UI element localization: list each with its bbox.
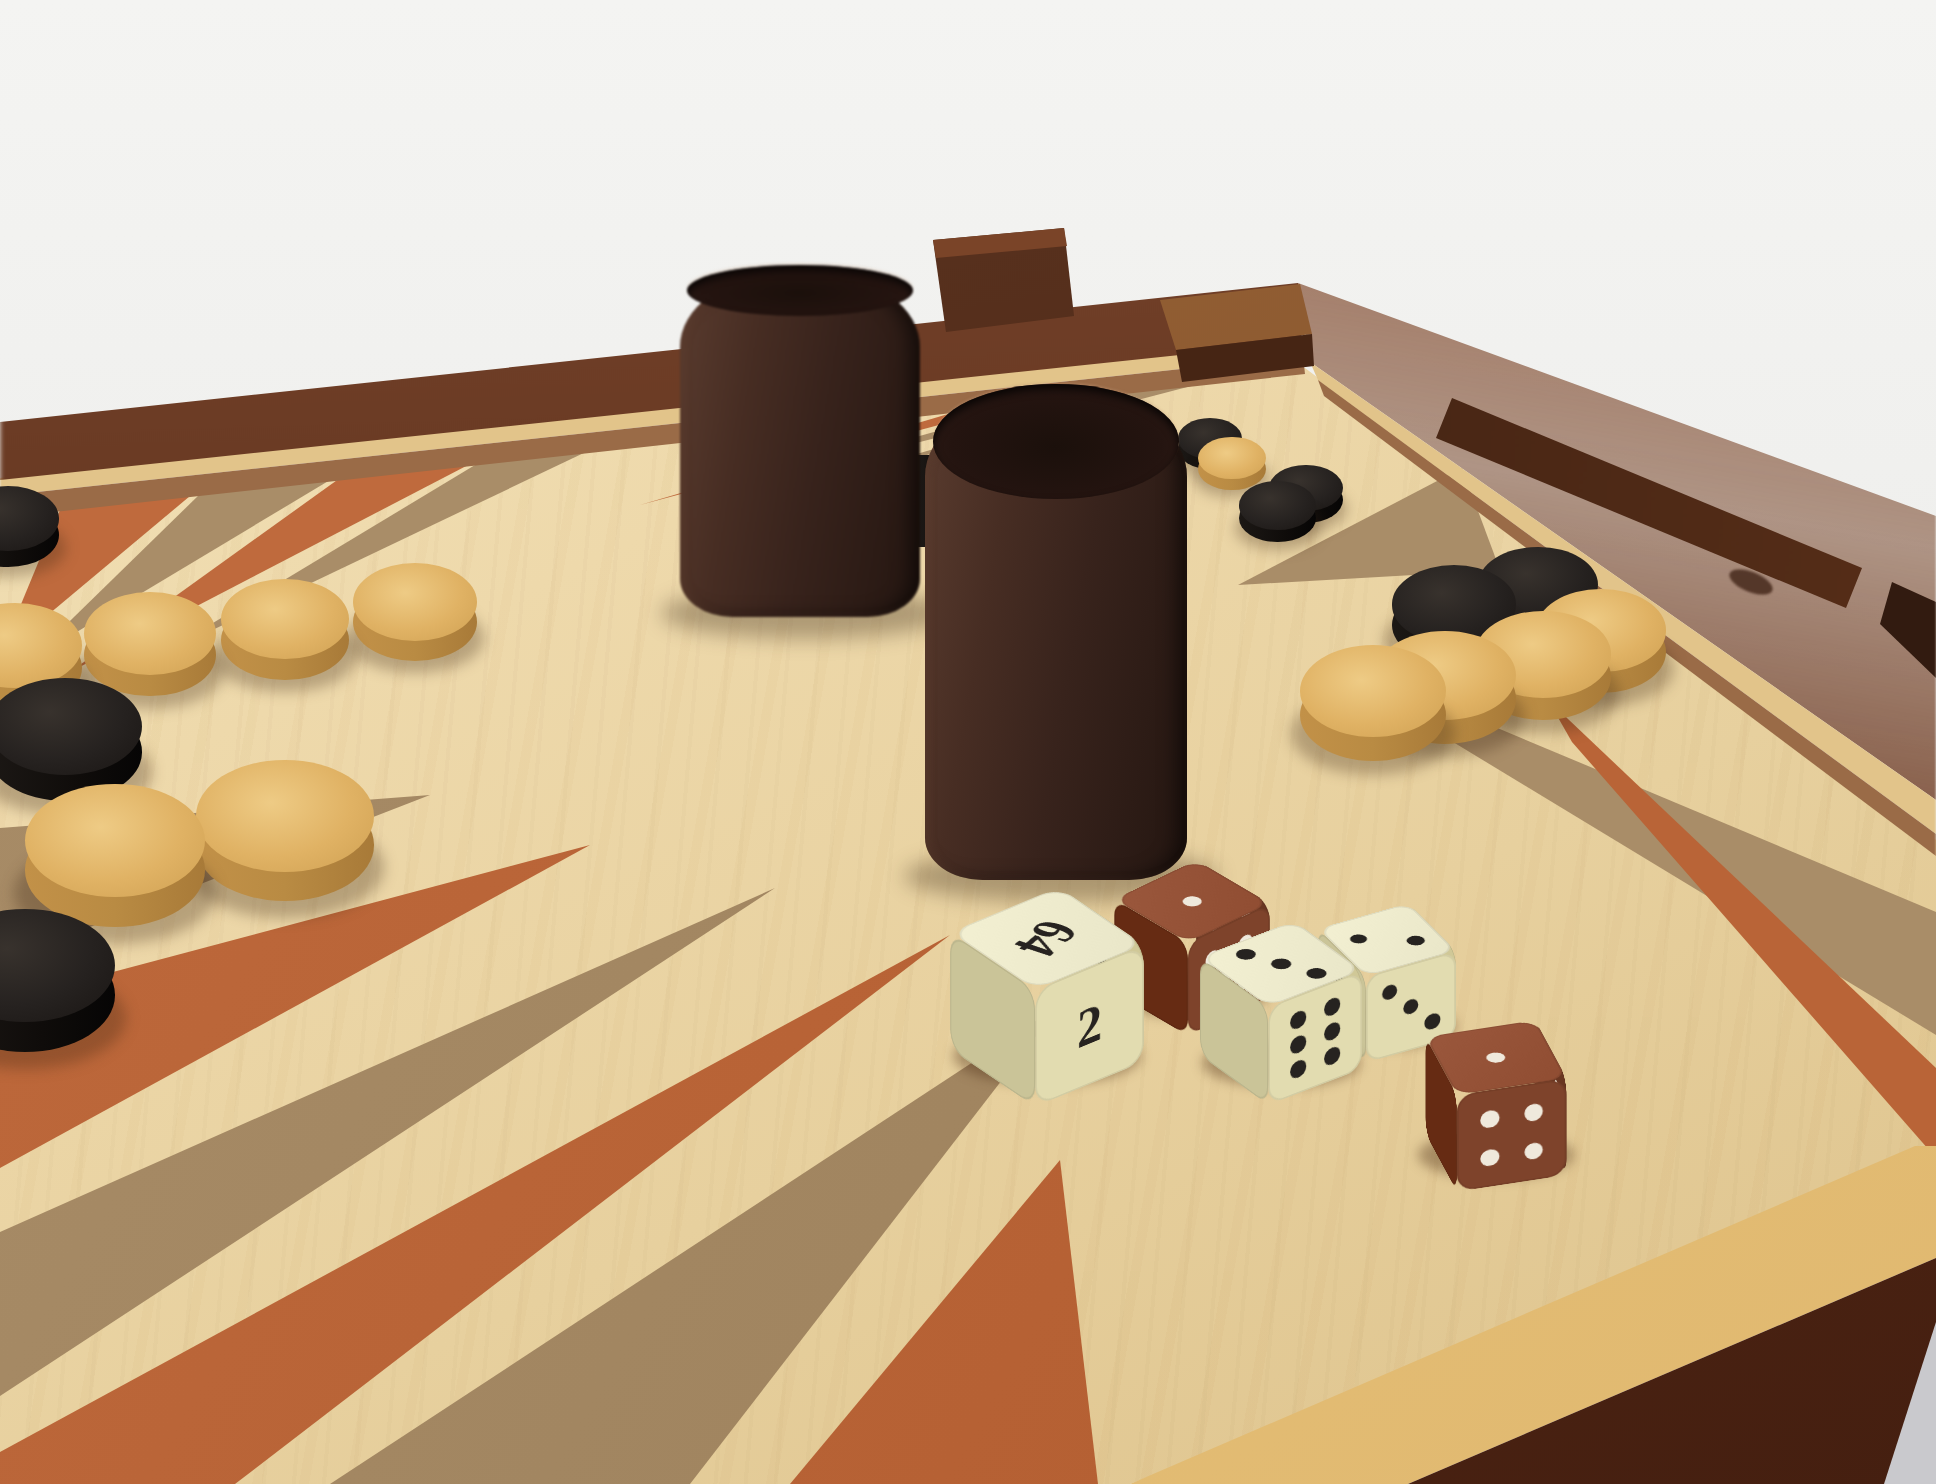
checker-top [196,760,373,872]
die-pip [1524,1103,1543,1122]
die-pip [1290,1058,1306,1081]
checker-light[interactable] [1300,645,1446,761]
cup-leather-body [680,275,920,617]
checker-top [1239,481,1316,530]
checker-light[interactable] [25,784,205,927]
checker-top [353,563,477,641]
checker-black[interactable] [0,486,59,568]
checker-black[interactable] [1239,481,1316,542]
die-face-front [1457,1078,1567,1191]
dice-cup-front[interactable] [925,398,1187,880]
checker-top [25,784,205,897]
die-pip [1403,997,1418,1016]
pieces-layer: 16264 [0,0,1936,1484]
die-pip [1233,948,1258,961]
checker-top [1198,437,1266,480]
die-pip [1346,932,1370,945]
die-pip [1324,1020,1340,1043]
die-pip [1524,1141,1543,1160]
die-pip [1480,1109,1499,1128]
die-pip [1179,895,1205,909]
die-pip [1269,957,1294,970]
die-cube3d [1234,946,1328,1081]
pip-layout [1457,1078,1567,1191]
doubling-cube-number: 2 [1077,994,1102,1058]
checker-top [1300,645,1446,737]
die-brown[interactable] [1439,1049,1553,1163]
checker-top [221,579,349,660]
doubling-cube-number: 64 [1003,915,1090,961]
die-pip [1382,983,1397,1002]
checker-light[interactable] [353,563,477,661]
checker-top [84,592,216,675]
checker-black[interactable] [0,678,142,801]
die-pip [1404,934,1428,947]
die-pip [1290,1033,1306,1056]
die-pip [1484,1051,1508,1064]
die-cube3d [1441,1049,1551,1162]
dice-cup-rear[interactable] [680,275,920,617]
die-pip [1290,1008,1306,1031]
die-ivory[interactable] [1223,955,1339,1071]
die-pip [1324,995,1340,1018]
die-pip [1324,1045,1340,1068]
checker-light[interactable] [221,579,349,681]
die-pip [1480,1148,1499,1167]
backgammon-photo-scene: 16264 [0,0,1936,1484]
cup-opening-velvet [933,384,1179,500]
checker-light[interactable] [196,760,373,901]
die-pip [1304,967,1329,980]
cup-opening-velvet [687,265,913,316]
doubling-cube[interactable]: 16264 [978,928,1116,1066]
die-cube3d: 16264 [993,916,1102,1078]
die-pip [1425,1012,1440,1031]
checker-black[interactable] [0,909,115,1052]
